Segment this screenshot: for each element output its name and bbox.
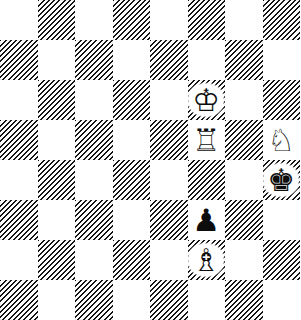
square-d2[interactable] <box>113 240 151 280</box>
square-g2[interactable] <box>225 240 263 280</box>
square-f8[interactable] <box>188 0 226 40</box>
square-h4[interactable]: ♚ <box>263 160 301 200</box>
square-c8[interactable] <box>75 0 113 40</box>
square-b2[interactable] <box>38 240 76 280</box>
square-f3[interactable]: ♟ <box>188 200 226 240</box>
square-a7[interactable] <box>0 40 38 80</box>
square-e4[interactable] <box>150 160 188 200</box>
square-e1[interactable] <box>150 280 188 320</box>
square-g3[interactable] <box>225 200 263 240</box>
square-d1[interactable] <box>113 280 151 320</box>
square-e8[interactable] <box>150 0 188 40</box>
square-a2[interactable] <box>0 240 38 280</box>
white-rook[interactable]: ♖ <box>188 120 226 160</box>
black-pawn[interactable]: ♟ <box>188 200 226 240</box>
square-b1[interactable] <box>38 280 76 320</box>
square-d7[interactable] <box>113 40 151 80</box>
square-b5[interactable] <box>38 120 76 160</box>
square-c4[interactable] <box>75 160 113 200</box>
white-rook-glyph: ♖ <box>192 125 220 156</box>
square-d5[interactable] <box>113 120 151 160</box>
square-e5[interactable] <box>150 120 188 160</box>
square-b3[interactable] <box>38 200 76 240</box>
square-d6[interactable] <box>113 80 151 120</box>
black-king[interactable]: ♚ <box>263 160 301 200</box>
square-h2[interactable] <box>263 240 301 280</box>
square-g4[interactable] <box>225 160 263 200</box>
square-c2[interactable] <box>75 240 113 280</box>
square-f1[interactable] <box>188 280 226 320</box>
black-pawn-glyph: ♟ <box>192 205 220 236</box>
square-a8[interactable] <box>0 0 38 40</box>
square-g5[interactable] <box>225 120 263 160</box>
square-g1[interactable] <box>225 280 263 320</box>
square-g7[interactable] <box>225 40 263 80</box>
square-e7[interactable] <box>150 40 188 80</box>
square-c5[interactable] <box>75 120 113 160</box>
square-d8[interactable] <box>113 0 151 40</box>
square-b7[interactable] <box>38 40 76 80</box>
diagram-page: ♔♖♘♚♟♗ <box>0 0 300 320</box>
square-d4[interactable] <box>113 160 151 200</box>
square-f4[interactable] <box>188 160 226 200</box>
white-bishop-glyph: ♗ <box>189 244 223 276</box>
square-g8[interactable] <box>225 0 263 40</box>
square-a3[interactable] <box>0 200 38 240</box>
square-b4[interactable] <box>38 160 76 200</box>
square-e2[interactable] <box>150 240 188 280</box>
square-h7[interactable] <box>263 40 301 80</box>
white-king[interactable]: ♔ <box>188 80 226 120</box>
square-a1[interactable] <box>0 280 38 320</box>
square-f2[interactable]: ♗ <box>188 240 226 280</box>
square-a5[interactable] <box>0 120 38 160</box>
square-d3[interactable] <box>113 200 151 240</box>
white-knight-glyph: ♘ <box>267 125 295 156</box>
square-b6[interactable] <box>38 80 76 120</box>
square-c3[interactable] <box>75 200 113 240</box>
square-a6[interactable] <box>0 80 38 120</box>
chessboard: ♔♖♘♚♟♗ <box>0 0 300 320</box>
square-f6[interactable]: ♔ <box>188 80 226 120</box>
square-e3[interactable] <box>150 200 188 240</box>
white-bishop[interactable]: ♗ <box>188 240 226 280</box>
square-h1[interactable] <box>263 280 301 320</box>
square-h3[interactable] <box>263 200 301 240</box>
square-f5[interactable]: ♖ <box>188 120 226 160</box>
white-knight[interactable]: ♘ <box>263 120 301 160</box>
square-a4[interactable] <box>0 160 38 200</box>
square-h6[interactable] <box>263 80 301 120</box>
square-g6[interactable] <box>225 80 263 120</box>
square-b8[interactable] <box>38 0 76 40</box>
square-c1[interactable] <box>75 280 113 320</box>
square-h8[interactable] <box>263 0 301 40</box>
white-king-glyph: ♔ <box>189 84 223 116</box>
black-king-glyph: ♚ <box>264 164 298 196</box>
square-c6[interactable] <box>75 80 113 120</box>
square-c7[interactable] <box>75 40 113 80</box>
square-e6[interactable] <box>150 80 188 120</box>
square-f7[interactable] <box>188 40 226 80</box>
square-h5[interactable]: ♘ <box>263 120 301 160</box>
